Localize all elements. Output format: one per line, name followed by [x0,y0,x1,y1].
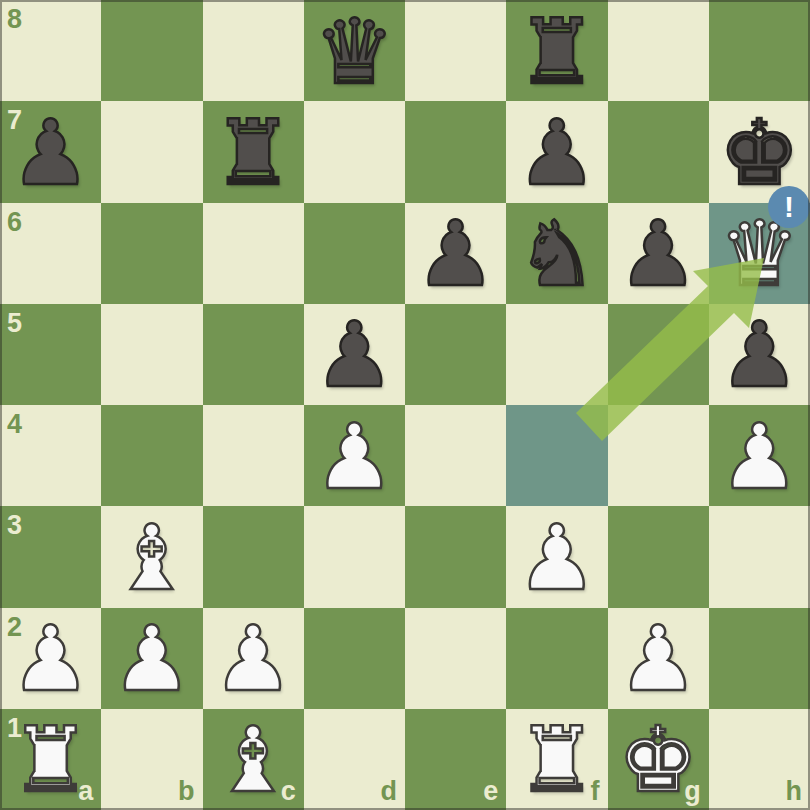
piece-white-pawn[interactable]: ♟ [506,507,607,608]
square-b1[interactable]: b [101,709,202,810]
piece-black-pawn[interactable]: ♟ [709,305,810,406]
square-h3[interactable] [709,506,810,607]
piece-black-pawn[interactable]: ♟ [405,204,506,305]
rank-label-5: 5 [7,308,22,339]
rank-label-3: 3 [7,510,22,541]
piece-white-king[interactable]: ♚ [608,710,709,810]
square-f5[interactable] [506,304,607,405]
square-e6[interactable]: ♟ [405,203,506,304]
square-b4[interactable] [101,405,202,506]
square-g6[interactable]: ♟ [608,203,709,304]
square-a6[interactable]: 6 [0,203,101,304]
piece-white-bishop[interactable]: ♝ [101,507,202,608]
square-a5[interactable]: 5 [0,304,101,405]
piece-white-pawn[interactable]: ♟ [0,609,101,710]
square-e7[interactable] [405,101,506,202]
square-a8[interactable]: 8 [0,0,101,101]
square-g8[interactable] [608,0,709,101]
square-d8[interactable]: ♛ [304,0,405,101]
square-f4[interactable] [506,405,607,506]
piece-white-rook[interactable]: ♜ [0,710,101,810]
great-move-badge: ! [768,186,810,228]
square-b5[interactable] [101,304,202,405]
square-g4[interactable] [608,405,709,506]
piece-black-knight[interactable]: ♞ [506,204,607,305]
square-a2[interactable]: 2♟ [0,608,101,709]
square-h8[interactable] [709,0,810,101]
square-a1[interactable]: 1a♜ [0,709,101,810]
square-f8[interactable]: ♜ [506,0,607,101]
rank-label-8: 8 [7,4,22,35]
square-c7[interactable]: ♜ [203,101,304,202]
square-d2[interactable] [304,608,405,709]
square-c8[interactable] [203,0,304,101]
piece-black-pawn[interactable]: ♟ [304,305,405,406]
square-g5[interactable] [608,304,709,405]
chess-board: 8♛♜7♟♜♟♚6♟♞♟♛5♟♟4♟♟3♝♟2♟♟♟♟1a♜bc♝def♜g♚h [0,0,810,810]
piece-black-rook[interactable]: ♜ [506,1,607,102]
square-f2[interactable] [506,608,607,709]
square-d4[interactable]: ♟ [304,405,405,506]
square-d7[interactable] [304,101,405,202]
piece-black-pawn[interactable]: ♟ [608,204,709,305]
rank-label-4: 4 [7,409,22,440]
square-b2[interactable]: ♟ [101,608,202,709]
piece-white-pawn[interactable]: ♟ [608,609,709,710]
piece-black-pawn[interactable]: ♟ [506,102,607,203]
square-d5[interactable]: ♟ [304,304,405,405]
piece-black-pawn[interactable]: ♟ [0,102,101,203]
piece-white-bishop[interactable]: ♝ [203,710,304,810]
square-f7[interactable]: ♟ [506,101,607,202]
square-a7[interactable]: 7♟ [0,101,101,202]
square-g2[interactable]: ♟ [608,608,709,709]
square-e3[interactable] [405,506,506,607]
square-c1[interactable]: c♝ [203,709,304,810]
rank-label-6: 6 [7,207,22,238]
square-f1[interactable]: f♜ [506,709,607,810]
square-f6[interactable]: ♞ [506,203,607,304]
file-label-e: e [483,776,498,807]
square-g3[interactable] [608,506,709,607]
piece-white-pawn[interactable]: ♟ [709,406,810,507]
square-b3[interactable]: ♝ [101,506,202,607]
square-b7[interactable] [101,101,202,202]
square-c4[interactable] [203,405,304,506]
piece-white-pawn[interactable]: ♟ [304,406,405,507]
chess-board-container: 8♛♜7♟♜♟♚6♟♞♟♛5♟♟4♟♟3♝♟2♟♟♟♟1a♜bc♝def♜g♚h… [0,0,810,810]
square-h4[interactable]: ♟ [709,405,810,506]
piece-white-pawn[interactable]: ♟ [101,609,202,710]
piece-black-queen[interactable]: ♛ [304,1,405,102]
square-d3[interactable] [304,506,405,607]
square-e5[interactable] [405,304,506,405]
square-c6[interactable] [203,203,304,304]
square-c3[interactable] [203,506,304,607]
square-e1[interactable]: e [405,709,506,810]
square-f3[interactable]: ♟ [506,506,607,607]
piece-white-pawn[interactable]: ♟ [203,609,304,710]
square-g7[interactable] [608,101,709,202]
square-c5[interactable] [203,304,304,405]
piece-white-rook[interactable]: ♜ [506,710,607,810]
square-h2[interactable] [709,608,810,709]
square-d1[interactable]: d [304,709,405,810]
square-b8[interactable] [101,0,202,101]
square-e2[interactable] [405,608,506,709]
square-c2[interactable]: ♟ [203,608,304,709]
file-label-d: d [381,776,398,807]
square-e4[interactable] [405,405,506,506]
piece-black-rook[interactable]: ♜ [203,102,304,203]
square-a3[interactable]: 3 [0,506,101,607]
square-a4[interactable]: 4 [0,405,101,506]
file-label-h: h [786,776,803,807]
square-h5[interactable]: ♟ [709,304,810,405]
square-d6[interactable] [304,203,405,304]
square-b6[interactable] [101,203,202,304]
file-label-b: b [178,776,195,807]
square-h1[interactable]: h [709,709,810,810]
square-g1[interactable]: g♚ [608,709,709,810]
square-e8[interactable] [405,0,506,101]
